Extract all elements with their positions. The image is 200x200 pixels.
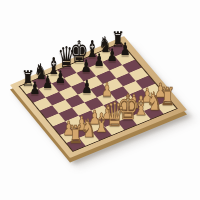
chess-set-photo: ♜♞♝♛♚♝♞♜♟♟♟♟♟♟♟♟♟♟♟♟♟♟♟♟♜♞♝♛♚♝♞♜	[0, 0, 200, 200]
chess-board	[10, 36, 187, 158]
